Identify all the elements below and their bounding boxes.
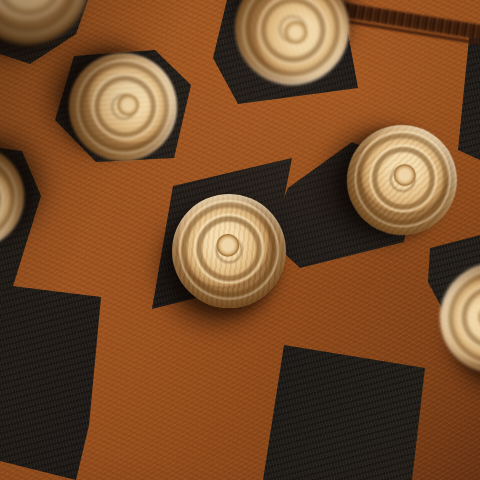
checker-piece[interactable]: [425, 248, 480, 389]
checker-piece[interactable]: [172, 194, 286, 308]
checker-piece[interactable]: [0, 130, 39, 263]
checker-piece[interactable]: [214, 0, 370, 106]
checkers-board-photo: [0, 0, 480, 480]
checker-piece[interactable]: [0, 0, 101, 57]
checker-piece[interactable]: [325, 103, 480, 258]
pieces-layer: [0, 0, 480, 480]
checker-piece[interactable]: [60, 44, 185, 169]
